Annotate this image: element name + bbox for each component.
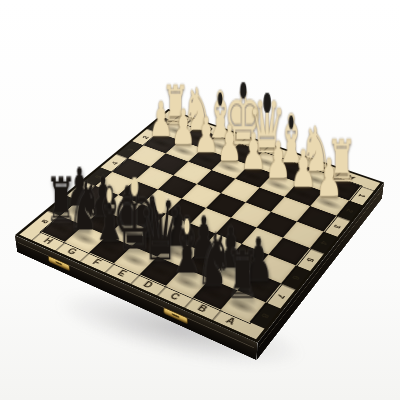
- chess-board: HGFEDCBA1122334455667788HGFEDCBA ♜♞♝♚♛♝♞…: [15, 109, 384, 343]
- chess-set-photo: HGFEDCBA1122334455667788HGFEDCBA ♜♞♝♚♛♝♞…: [0, 0, 400, 400]
- scene: HGFEDCBA1122334455667788HGFEDCBA ♜♞♝♚♛♝♞…: [0, 0, 400, 400]
- brass-latch-left: [48, 256, 70, 272]
- brass-latch-right: [163, 307, 188, 325]
